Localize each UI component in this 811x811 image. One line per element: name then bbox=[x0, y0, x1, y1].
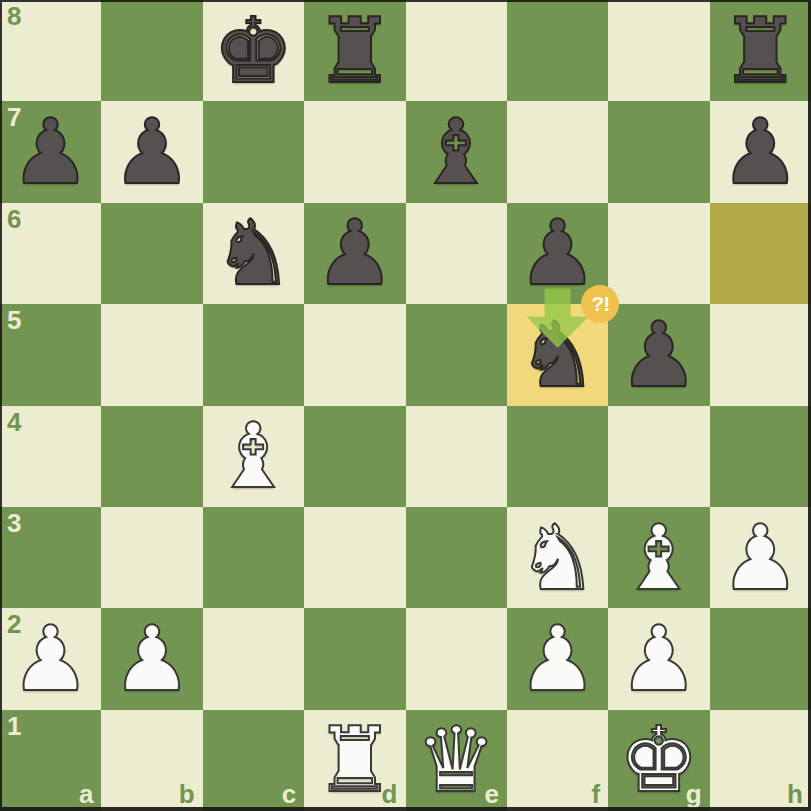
white-rook-d1[interactable]: ♜ bbox=[304, 710, 405, 811]
rank-label-8: 8 bbox=[7, 3, 21, 29]
white-pawn-h3[interactable]: ♟ bbox=[710, 507, 811, 608]
file-label-a: a bbox=[79, 781, 93, 807]
rank-label-3: 3 bbox=[7, 510, 21, 536]
square-c8[interactable]: ♚ bbox=[203, 0, 304, 101]
square-a5[interactable]: 5 bbox=[0, 304, 101, 405]
square-f8[interactable] bbox=[507, 0, 608, 101]
square-c7[interactable] bbox=[203, 101, 304, 202]
white-bishop-g3[interactable]: ♝ bbox=[608, 507, 709, 608]
square-e4[interactable] bbox=[406, 406, 507, 507]
square-b5[interactable] bbox=[101, 304, 202, 405]
black-pawn-d6[interactable]: ♟ bbox=[304, 203, 405, 304]
square-g6[interactable] bbox=[608, 203, 709, 304]
square-d3[interactable] bbox=[304, 507, 405, 608]
square-f7[interactable] bbox=[507, 101, 608, 202]
square-h7[interactable]: ♟ bbox=[710, 101, 811, 202]
black-rook-h8[interactable]: ♜ bbox=[710, 0, 811, 101]
square-c3[interactable] bbox=[203, 507, 304, 608]
square-d2[interactable] bbox=[304, 608, 405, 709]
square-c2[interactable] bbox=[203, 608, 304, 709]
white-pawn-g2[interactable]: ♟ bbox=[608, 608, 709, 709]
square-a2[interactable]: 2♟ bbox=[0, 608, 101, 709]
square-g1[interactable]: g♚ bbox=[608, 710, 709, 811]
square-e6[interactable] bbox=[406, 203, 507, 304]
white-king-g1[interactable]: ♚ bbox=[608, 710, 709, 811]
square-d1[interactable]: d♜ bbox=[304, 710, 405, 811]
file-label-h: h bbox=[787, 781, 803, 807]
square-b6[interactable] bbox=[101, 203, 202, 304]
square-h1[interactable]: h bbox=[710, 710, 811, 811]
rank-label-1: 1 bbox=[7, 713, 21, 739]
square-d7[interactable] bbox=[304, 101, 405, 202]
black-bishop-e7[interactable]: ♝ bbox=[406, 101, 507, 202]
square-c6[interactable]: ♞ bbox=[203, 203, 304, 304]
board-grid: 8♚♜♜7♟♟♝♟6♞♟♟5♞♟4♝3♞♝♟2♟♟♟♟1abcd♜e♛fg♚h bbox=[0, 0, 811, 811]
square-h2[interactable] bbox=[710, 608, 811, 709]
square-f5[interactable]: ♞ bbox=[507, 304, 608, 405]
square-f1[interactable]: f bbox=[507, 710, 608, 811]
square-e7[interactable]: ♝ bbox=[406, 101, 507, 202]
square-h5[interactable] bbox=[710, 304, 811, 405]
square-e1[interactable]: e♛ bbox=[406, 710, 507, 811]
square-d6[interactable]: ♟ bbox=[304, 203, 405, 304]
black-knight-f5[interactable]: ♞ bbox=[507, 304, 608, 405]
white-bishop-c4[interactable]: ♝ bbox=[203, 406, 304, 507]
black-pawn-b7[interactable]: ♟ bbox=[101, 101, 202, 202]
square-a6[interactable]: 6 bbox=[0, 203, 101, 304]
square-e3[interactable] bbox=[406, 507, 507, 608]
square-a8[interactable]: 8 bbox=[0, 0, 101, 101]
square-c1[interactable]: c bbox=[203, 710, 304, 811]
square-g5[interactable]: ♟ bbox=[608, 304, 709, 405]
square-g8[interactable] bbox=[608, 0, 709, 101]
square-a3[interactable]: 3 bbox=[0, 507, 101, 608]
square-c5[interactable] bbox=[203, 304, 304, 405]
square-g4[interactable] bbox=[608, 406, 709, 507]
white-pawn-b2[interactable]: ♟ bbox=[101, 608, 202, 709]
black-pawn-h7[interactable]: ♟ bbox=[710, 101, 811, 202]
black-king-c8[interactable]: ♚ bbox=[203, 0, 304, 101]
white-knight-f3[interactable]: ♞ bbox=[507, 507, 608, 608]
square-g3[interactable]: ♝ bbox=[608, 507, 709, 608]
file-label-f: f bbox=[592, 781, 601, 807]
black-pawn-g5[interactable]: ♟ bbox=[608, 304, 709, 405]
white-pawn-a2[interactable]: ♟ bbox=[0, 608, 101, 709]
rank-label-6: 6 bbox=[7, 206, 21, 232]
square-b8[interactable] bbox=[101, 0, 202, 101]
square-e2[interactable] bbox=[406, 608, 507, 709]
square-b3[interactable] bbox=[101, 507, 202, 608]
square-b2[interactable]: ♟ bbox=[101, 608, 202, 709]
square-a1[interactable]: 1a bbox=[0, 710, 101, 811]
square-g2[interactable]: ♟ bbox=[608, 608, 709, 709]
file-label-c: c bbox=[282, 781, 296, 807]
white-queen-e1[interactable]: ♛ bbox=[406, 710, 507, 811]
rank-label-5: 5 bbox=[7, 307, 21, 333]
square-h6[interactable] bbox=[710, 203, 811, 304]
square-a4[interactable]: 4 bbox=[0, 406, 101, 507]
black-rook-d8[interactable]: ♜ bbox=[304, 0, 405, 101]
square-d8[interactable]: ♜ bbox=[304, 0, 405, 101]
square-d4[interactable] bbox=[304, 406, 405, 507]
black-pawn-f6[interactable]: ♟ bbox=[507, 203, 608, 304]
square-a7[interactable]: 7♟ bbox=[0, 101, 101, 202]
square-d5[interactable] bbox=[304, 304, 405, 405]
white-pawn-f2[interactable]: ♟ bbox=[507, 608, 608, 709]
square-b1[interactable]: b bbox=[101, 710, 202, 811]
square-g7[interactable] bbox=[608, 101, 709, 202]
square-h8[interactable]: ♜ bbox=[710, 0, 811, 101]
square-f3[interactable]: ♞ bbox=[507, 507, 608, 608]
black-pawn-a7[interactable]: ♟ bbox=[0, 101, 101, 202]
square-h3[interactable]: ♟ bbox=[710, 507, 811, 608]
square-b4[interactable] bbox=[101, 406, 202, 507]
square-e8[interactable] bbox=[406, 0, 507, 101]
square-h4[interactable] bbox=[710, 406, 811, 507]
square-e5[interactable] bbox=[406, 304, 507, 405]
square-f2[interactable]: ♟ bbox=[507, 608, 608, 709]
square-f4[interactable] bbox=[507, 406, 608, 507]
square-b7[interactable]: ♟ bbox=[101, 101, 202, 202]
file-label-b: b bbox=[179, 781, 195, 807]
black-knight-c6[interactable]: ♞ bbox=[203, 203, 304, 304]
square-c4[interactable]: ♝ bbox=[203, 406, 304, 507]
rank-label-4: 4 bbox=[7, 409, 21, 435]
chess-board: 8♚♜♜7♟♟♝♟6♞♟♟5♞♟4♝3♞♝♟2♟♟♟♟1abcd♜e♛fg♚h … bbox=[0, 0, 811, 811]
square-f6[interactable]: ♟ bbox=[507, 203, 608, 304]
